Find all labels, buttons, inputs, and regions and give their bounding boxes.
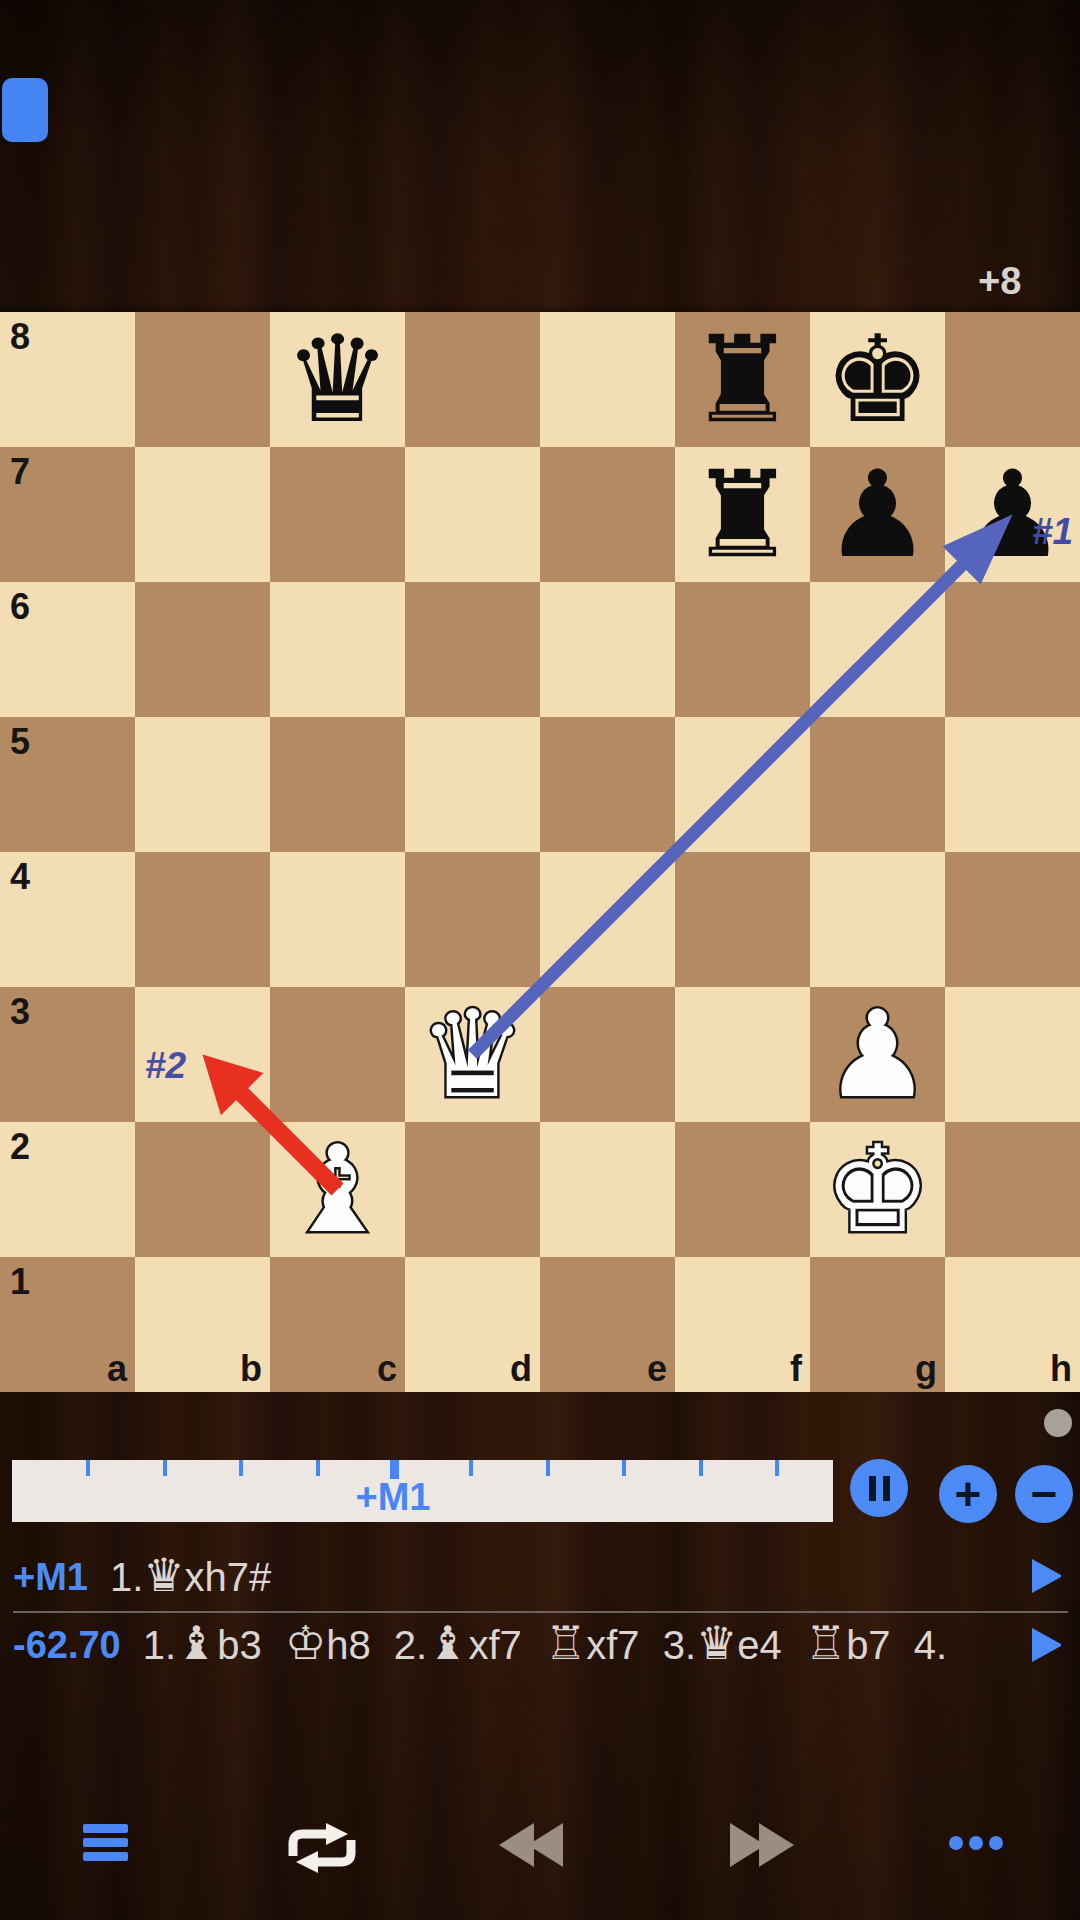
menu-icon xyxy=(83,1824,128,1833)
square-g4[interactable] xyxy=(810,852,945,987)
rank-label: 1 xyxy=(10,1261,30,1303)
fast-forward-button[interactable] xyxy=(730,1823,794,1870)
engine-status-dot xyxy=(1044,1409,1072,1437)
square-d3[interactable]: ♛ xyxy=(405,987,540,1122)
square-f1[interactable]: f xyxy=(675,1257,810,1392)
analysis-line-1[interactable]: +M1 1.♛xh7# xyxy=(13,1550,1080,1604)
file-label: b xyxy=(240,1348,262,1390)
ruler-tick xyxy=(546,1460,550,1476)
white-king: ♚ xyxy=(810,1122,945,1257)
square-e4[interactable] xyxy=(540,852,675,987)
square-a2[interactable]: 2 xyxy=(0,1122,135,1257)
square-e5[interactable] xyxy=(540,717,675,852)
square-h5[interactable] xyxy=(945,717,1080,852)
ruler-tick xyxy=(775,1460,779,1476)
white-bishop: ♝ xyxy=(270,1122,405,1257)
rank-label: 3 xyxy=(10,991,30,1033)
loop-icon xyxy=(282,1819,362,1877)
analysis-line-2[interactable]: -62.70 1.♝b3 ♔h8 2.♝xf7 ♖xf7 3.♛e4 ♖b7 4… xyxy=(13,1618,1080,1672)
file-label: h xyxy=(1050,1348,1072,1390)
square-a7[interactable]: 7 xyxy=(0,447,135,582)
square-h2[interactable] xyxy=(945,1122,1080,1257)
square-d4[interactable] xyxy=(405,852,540,987)
square-b4[interactable] xyxy=(135,852,270,987)
file-label: c xyxy=(377,1348,397,1390)
chess-analysis-screen: +8 8♛♜♚7♜♟♟6543♛♟2♝♚1abcdefgh#1#2 +M1 + … xyxy=(0,0,1080,1920)
play-line-2-button[interactable] xyxy=(1032,1628,1073,1662)
square-g3[interactable]: ♟ xyxy=(810,987,945,1122)
white-queen: ♛ xyxy=(405,987,540,1122)
rank-label: 5 xyxy=(10,721,30,763)
square-b1[interactable]: b xyxy=(135,1257,270,1392)
rank-label: 4 xyxy=(10,856,30,898)
ruler-tick xyxy=(86,1460,90,1476)
file-label: f xyxy=(790,1348,802,1390)
white-pawn: ♟ xyxy=(810,987,945,1122)
board-eval-badge: +8 xyxy=(978,260,1038,303)
square-f5[interactable] xyxy=(675,717,810,852)
square-c2[interactable]: ♝ xyxy=(270,1122,405,1257)
square-g6[interactable] xyxy=(810,582,945,717)
engine-toggle-button[interactable] xyxy=(2,78,48,142)
ruler-tick xyxy=(316,1460,320,1476)
menu-button[interactable] xyxy=(83,1824,128,1866)
analysis-line-2-eval: -62.70 xyxy=(13,1624,121,1667)
analysis-line-1-eval: +M1 xyxy=(13,1556,88,1599)
rank-label: 7 xyxy=(10,451,30,493)
square-c8[interactable]: ♛ xyxy=(270,312,405,447)
ruler-tick xyxy=(163,1460,167,1476)
analysis-divider xyxy=(13,1611,1068,1613)
square-f7[interactable]: ♜ xyxy=(675,447,810,582)
square-d2[interactable] xyxy=(405,1122,540,1257)
square-g5[interactable] xyxy=(810,717,945,852)
square-d6[interactable] xyxy=(405,582,540,717)
play-line-1-button[interactable] xyxy=(1032,1559,1073,1593)
rewind-button[interactable] xyxy=(499,1823,563,1870)
square-c1[interactable]: c xyxy=(270,1257,405,1392)
square-e7[interactable] xyxy=(540,447,675,582)
black-rook: ♜ xyxy=(675,312,810,447)
square-g2[interactable]: ♚ xyxy=(810,1122,945,1257)
square-b3[interactable] xyxy=(135,987,270,1122)
more-options-button[interactable] xyxy=(949,1836,1003,1850)
square-d8[interactable] xyxy=(405,312,540,447)
square-d5[interactable] xyxy=(405,717,540,852)
ruler-tick xyxy=(390,1460,399,1479)
rewind-icon xyxy=(499,1823,563,1867)
square-f2[interactable] xyxy=(675,1122,810,1257)
square-h3[interactable] xyxy=(945,987,1080,1122)
rank-label: 8 xyxy=(10,316,30,358)
square-e1[interactable]: e xyxy=(540,1257,675,1392)
square-e6[interactable] xyxy=(540,582,675,717)
zoom-in-button[interactable]: + xyxy=(939,1465,997,1523)
square-c4[interactable] xyxy=(270,852,405,987)
square-f6[interactable] xyxy=(675,582,810,717)
square-h8[interactable] xyxy=(945,312,1080,447)
square-a3[interactable]: 3 xyxy=(0,987,135,1122)
square-c7[interactable] xyxy=(270,447,405,582)
square-b8[interactable] xyxy=(135,312,270,447)
ruler-tick xyxy=(469,1460,473,1476)
ellipsis-icon xyxy=(949,1836,963,1850)
eval-ruler-label: +M1 xyxy=(356,1476,431,1519)
plus-icon: + xyxy=(955,1471,982,1517)
square-b7[interactable] xyxy=(135,447,270,582)
square-g7[interactable]: ♟ xyxy=(810,447,945,582)
square-f4[interactable] xyxy=(675,852,810,987)
square-h7[interactable]: ♟ xyxy=(945,447,1080,582)
fast-forward-icon xyxy=(730,1823,794,1867)
analysis-line-2-moves: 1.♝b3 ♔h8 2.♝xf7 ♖xf7 3.♛e4 ♖b7 4. xyxy=(143,1623,1023,1668)
ruler-tick xyxy=(699,1460,703,1476)
zoom-out-button[interactable]: − xyxy=(1015,1465,1073,1523)
square-h1[interactable]: h xyxy=(945,1257,1080,1392)
black-queen: ♛ xyxy=(270,312,405,447)
square-a1[interactable]: 1a xyxy=(0,1257,135,1392)
rank-label: 6 xyxy=(10,586,30,628)
pause-button[interactable] xyxy=(850,1459,908,1517)
file-label: g xyxy=(915,1348,937,1390)
square-d1[interactable]: d xyxy=(405,1257,540,1392)
square-h4[interactable] xyxy=(945,852,1080,987)
black-pawn: ♟ xyxy=(945,447,1080,582)
pause-icon xyxy=(869,1476,890,1501)
square-g1[interactable]: g xyxy=(810,1257,945,1392)
eval-ruler[interactable]: +M1 xyxy=(12,1460,833,1522)
square-h6[interactable] xyxy=(945,582,1080,717)
black-pawn: ♟ xyxy=(810,447,945,582)
square-a4[interactable]: 4 xyxy=(0,852,135,987)
square-d7[interactable] xyxy=(405,447,540,582)
square-g8[interactable]: ♚ xyxy=(810,312,945,447)
square-a5[interactable]: 5 xyxy=(0,717,135,852)
file-label: d xyxy=(510,1348,532,1390)
square-c6[interactable] xyxy=(270,582,405,717)
square-c5[interactable] xyxy=(270,717,405,852)
rank-label: 2 xyxy=(10,1126,30,1168)
square-b6[interactable] xyxy=(135,582,270,717)
square-a8[interactable]: 8 xyxy=(0,312,135,447)
analysis-line-1-moves: 1.♛xh7# xyxy=(110,1555,990,1600)
chess-board: 8♛♜♚7♜♟♟6543♛♟2♝♚1abcdefgh#1#2 xyxy=(0,312,1080,1392)
ruler-tick xyxy=(239,1460,243,1476)
square-e2[interactable] xyxy=(540,1122,675,1257)
black-king: ♚ xyxy=(810,312,945,447)
square-c3[interactable] xyxy=(270,987,405,1122)
square-a6[interactable]: 6 xyxy=(0,582,135,717)
ruler-tick xyxy=(622,1460,626,1476)
square-b5[interactable] xyxy=(135,717,270,852)
file-label: a xyxy=(107,1348,127,1390)
loop-button[interactable] xyxy=(282,1819,362,1880)
square-e8[interactable] xyxy=(540,312,675,447)
square-f3[interactable] xyxy=(675,987,810,1122)
square-f8[interactable]: ♜ xyxy=(675,312,810,447)
square-b2[interactable] xyxy=(135,1122,270,1257)
file-label: e xyxy=(647,1348,667,1390)
black-rook: ♜ xyxy=(675,447,810,582)
minus-icon: − xyxy=(1031,1471,1058,1517)
square-e3[interactable] xyxy=(540,987,675,1122)
